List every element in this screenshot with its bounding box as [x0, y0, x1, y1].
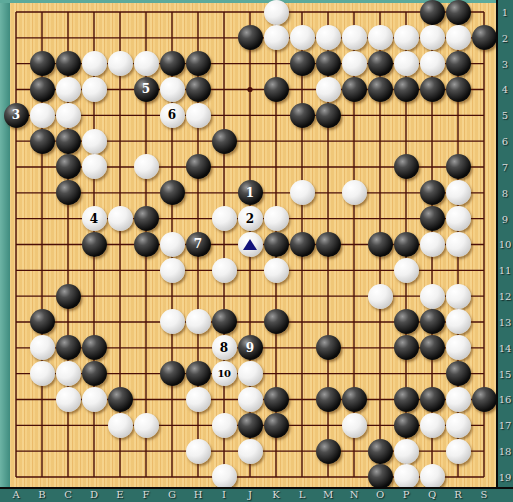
black-stone[interactable]	[30, 309, 55, 334]
white-stone[interactable]	[238, 387, 263, 412]
black-stone[interactable]	[394, 335, 419, 360]
row-label: 8	[498, 188, 512, 199]
white-stone[interactable]	[342, 51, 367, 76]
white-stone[interactable]	[368, 284, 393, 309]
white-stone[interactable]	[186, 439, 211, 464]
white-stone[interactable]	[394, 51, 419, 76]
black-stone[interactable]	[316, 439, 341, 464]
black-stone[interactable]	[316, 103, 341, 128]
column-label: D	[87, 489, 101, 500]
black-stone[interactable]	[394, 77, 419, 102]
black-stone[interactable]	[316, 335, 341, 360]
white-stone[interactable]	[56, 77, 81, 102]
move-number-label: 6	[168, 109, 176, 121]
move-number-label: 5	[142, 83, 150, 95]
column-label: J	[243, 489, 257, 500]
white-stone[interactable]	[108, 413, 133, 438]
column-label: N	[347, 489, 361, 500]
move-number-label: 10	[218, 369, 231, 379]
black-stone[interactable]	[264, 232, 289, 257]
white-stone[interactable]	[394, 464, 419, 489]
white-stone[interactable]	[82, 154, 107, 179]
black-stone[interactable]	[394, 387, 419, 412]
black-stone[interactable]	[212, 309, 237, 334]
white-stone[interactable]	[316, 77, 341, 102]
white-stone[interactable]: 8	[212, 335, 237, 360]
black-stone[interactable]	[290, 51, 315, 76]
white-stone[interactable]	[264, 0, 289, 25]
column-label: H	[191, 489, 205, 500]
move-number-label: 4	[90, 213, 98, 225]
white-stone[interactable]	[394, 25, 419, 50]
black-stone[interactable]	[30, 77, 55, 102]
row-label: 18	[498, 446, 512, 457]
black-stone[interactable]	[56, 180, 81, 205]
black-stone[interactable]	[134, 232, 159, 257]
black-stone[interactable]	[264, 413, 289, 438]
white-stone[interactable]	[160, 77, 185, 102]
white-stone[interactable]	[186, 309, 211, 334]
white-stone[interactable]	[160, 232, 185, 257]
white-stone[interactable]	[82, 77, 107, 102]
black-stone[interactable]	[56, 154, 81, 179]
white-stone[interactable]	[394, 258, 419, 283]
white-stone[interactable]	[212, 258, 237, 283]
black-stone[interactable]	[316, 387, 341, 412]
white-stone[interactable]	[30, 361, 55, 386]
white-stone[interactable]	[446, 25, 471, 50]
black-stone[interactable]	[472, 387, 497, 412]
white-stone[interactable]	[134, 51, 159, 76]
white-stone[interactable]	[108, 206, 133, 231]
white-stone[interactable]	[342, 180, 367, 205]
black-stone[interactable]	[186, 51, 211, 76]
white-stone[interactable]	[446, 413, 471, 438]
black-stone[interactable]	[134, 206, 159, 231]
column-label: F	[139, 489, 153, 500]
black-stone[interactable]	[368, 232, 393, 257]
white-stone[interactable]	[446, 232, 471, 257]
black-stone[interactable]	[238, 413, 263, 438]
row-label: 6	[498, 136, 512, 147]
white-stone[interactable]	[82, 129, 107, 154]
column-label: A	[9, 489, 23, 500]
column-label: S	[477, 489, 491, 500]
row-label: 16	[498, 394, 512, 405]
black-stone[interactable]	[394, 154, 419, 179]
row-label: 5	[498, 110, 512, 121]
black-stone[interactable]	[342, 77, 367, 102]
white-stone[interactable]: 10	[212, 361, 237, 386]
white-stone[interactable]	[56, 387, 81, 412]
white-stone[interactable]	[420, 232, 445, 257]
row-label: 4	[498, 84, 512, 95]
column-label: I	[217, 489, 231, 500]
row-label: 15	[498, 369, 512, 380]
black-stone[interactable]	[56, 51, 81, 76]
black-stone[interactable]	[290, 103, 315, 128]
black-stone[interactable]	[472, 25, 497, 50]
black-stone[interactable]	[420, 335, 445, 360]
white-stone[interactable]	[30, 335, 55, 360]
column-label: Q	[425, 489, 439, 500]
black-stone[interactable]	[394, 309, 419, 334]
move-number-label: 2	[246, 213, 254, 225]
row-label: 10	[498, 239, 512, 250]
move-number-label: 1	[246, 187, 254, 199]
white-stone[interactable]	[212, 206, 237, 231]
column-label: G	[165, 489, 179, 500]
white-stone[interactable]: 2	[238, 206, 263, 231]
white-stone[interactable]	[316, 25, 341, 50]
white-stone[interactable]	[134, 154, 159, 179]
move-number-label: 8	[220, 342, 228, 354]
black-stone[interactable]	[212, 129, 237, 154]
white-stone[interactable]	[368, 25, 393, 50]
black-stone[interactable]	[30, 51, 55, 76]
black-stone[interactable]	[264, 387, 289, 412]
black-stone[interactable]	[446, 77, 471, 102]
column-label: L	[295, 489, 309, 500]
white-stone[interactable]	[446, 439, 471, 464]
black-stone[interactable]	[420, 77, 445, 102]
black-stone[interactable]	[420, 387, 445, 412]
white-stone[interactable]	[238, 232, 263, 257]
white-stone[interactable]	[186, 103, 211, 128]
black-stone[interactable]: 7	[186, 232, 211, 257]
column-label: C	[61, 489, 75, 500]
white-stone[interactable]	[446, 387, 471, 412]
white-stone[interactable]	[420, 284, 445, 309]
white-stone[interactable]	[420, 413, 445, 438]
black-stone[interactable]	[160, 180, 185, 205]
black-stone[interactable]	[368, 464, 393, 489]
black-stone[interactable]	[186, 361, 211, 386]
black-stone[interactable]	[160, 361, 185, 386]
black-stone[interactable]	[264, 309, 289, 334]
white-stone[interactable]	[342, 413, 367, 438]
black-stone[interactable]	[420, 0, 445, 25]
black-stone[interactable]	[160, 51, 185, 76]
black-stone[interactable]	[446, 0, 471, 25]
black-stone[interactable]	[30, 129, 55, 154]
black-stone[interactable]	[316, 232, 341, 257]
white-stone[interactable]	[82, 387, 107, 412]
black-stone[interactable]	[368, 439, 393, 464]
column-label: R	[451, 489, 465, 500]
black-stone[interactable]	[394, 413, 419, 438]
white-stone[interactable]	[56, 361, 81, 386]
white-stone[interactable]	[420, 51, 445, 76]
black-stone[interactable]	[82, 335, 107, 360]
row-label: 3	[498, 59, 512, 70]
white-stone[interactable]	[420, 464, 445, 489]
black-stone[interactable]: 5	[134, 77, 159, 102]
white-stone[interactable]	[212, 464, 237, 489]
black-stone[interactable]	[368, 51, 393, 76]
white-stone[interactable]	[446, 309, 471, 334]
black-stone[interactable]	[446, 361, 471, 386]
black-stone[interactable]: 3	[4, 103, 29, 128]
row-label: 1	[498, 7, 512, 18]
white-stone[interactable]	[394, 439, 419, 464]
white-stone[interactable]	[160, 309, 185, 334]
black-stone[interactable]	[108, 387, 133, 412]
black-stone[interactable]	[186, 77, 211, 102]
row-label: 14	[498, 343, 512, 354]
white-stone[interactable]	[134, 413, 159, 438]
black-stone[interactable]	[290, 232, 315, 257]
black-stone[interactable]	[56, 335, 81, 360]
white-stone[interactable]	[342, 25, 367, 50]
row-label: 2	[498, 33, 512, 44]
white-stone[interactable]	[30, 103, 55, 128]
white-stone[interactable]	[264, 25, 289, 50]
black-stone[interactable]	[420, 180, 445, 205]
triangle-marker-icon	[243, 239, 257, 250]
black-stone[interactable]	[316, 51, 341, 76]
black-stone[interactable]: 9	[238, 335, 263, 360]
black-stone[interactable]	[420, 309, 445, 334]
white-stone[interactable]	[290, 180, 315, 205]
white-stone[interactable]	[290, 25, 315, 50]
black-stone[interactable]	[368, 77, 393, 102]
white-stone[interactable]	[82, 51, 107, 76]
black-stone[interactable]	[238, 25, 263, 50]
move-number-label: 9	[246, 342, 254, 354]
white-stone[interactable]	[264, 206, 289, 231]
row-label: 19	[498, 472, 512, 483]
row-label: 9	[498, 214, 512, 225]
go-game-screen: 53614278910 ABCDEFGHIJKLMNOPQRS123456789…	[0, 0, 513, 502]
white-stone[interactable]	[238, 361, 263, 386]
white-stone[interactable]	[238, 439, 263, 464]
black-stone[interactable]	[56, 284, 81, 309]
column-label: M	[321, 489, 335, 500]
column-label: K	[269, 489, 283, 500]
black-stone[interactable]: 1	[238, 180, 263, 205]
row-label: 7	[498, 162, 512, 173]
row-label: 12	[498, 291, 512, 302]
black-stone[interactable]	[264, 77, 289, 102]
column-label: O	[373, 489, 387, 500]
white-stone[interactable]: 4	[82, 206, 107, 231]
white-stone[interactable]	[420, 25, 445, 50]
black-stone[interactable]	[56, 129, 81, 154]
white-stone[interactable]	[56, 103, 81, 128]
black-stone[interactable]	[446, 154, 471, 179]
white-stone[interactable]	[212, 413, 237, 438]
move-number-label: 7	[194, 238, 202, 250]
white-stone[interactable]: 6	[160, 103, 185, 128]
white-stone[interactable]	[160, 258, 185, 283]
black-stone[interactable]	[82, 361, 107, 386]
column-label: P	[399, 489, 413, 500]
white-stone[interactable]	[446, 335, 471, 360]
black-stone[interactable]	[420, 206, 445, 231]
black-stone[interactable]	[394, 232, 419, 257]
column-label: E	[113, 489, 127, 500]
row-label: 13	[498, 317, 512, 328]
white-stone[interactable]	[264, 258, 289, 283]
white-stone[interactable]	[446, 284, 471, 309]
black-stone[interactable]	[446, 51, 471, 76]
black-stone[interactable]	[82, 232, 107, 257]
black-stone[interactable]	[186, 154, 211, 179]
star-point	[247, 87, 252, 92]
move-number-label: 3	[12, 109, 20, 121]
column-label: B	[35, 489, 49, 500]
white-stone[interactable]	[446, 180, 471, 205]
row-label: 11	[498, 265, 512, 276]
black-stone[interactable]	[342, 387, 367, 412]
white-stone[interactable]	[186, 387, 211, 412]
white-stone[interactable]	[108, 51, 133, 76]
row-label: 17	[498, 420, 512, 431]
white-stone[interactable]	[446, 206, 471, 231]
